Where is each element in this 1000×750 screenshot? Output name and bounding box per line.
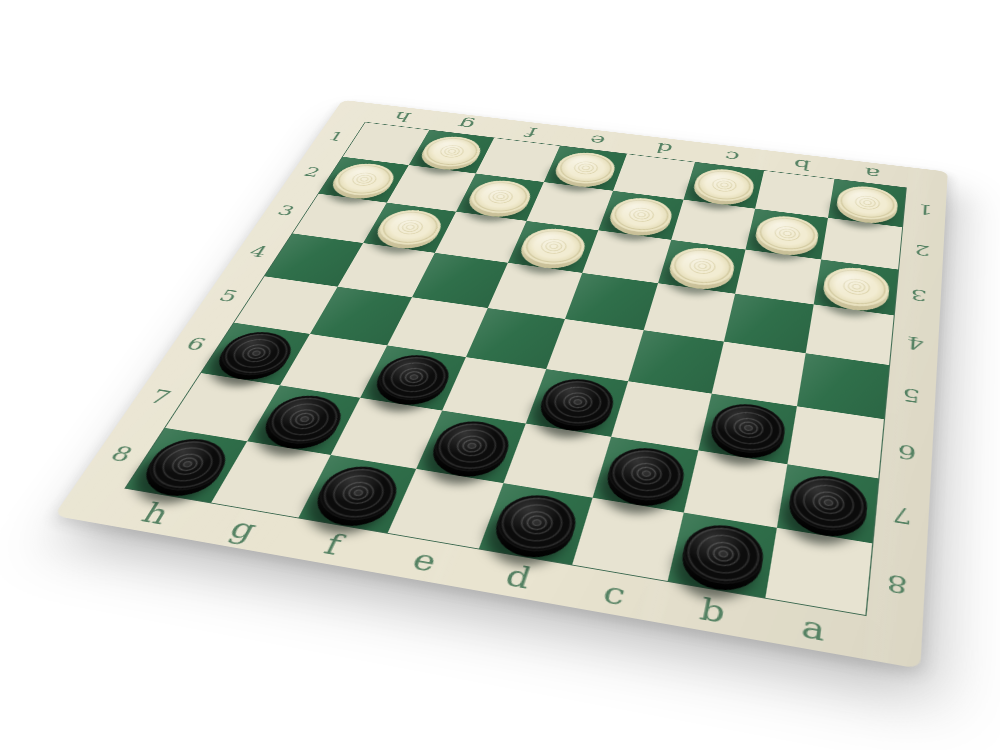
rank-label-6: 6 <box>879 420 933 487</box>
rank-label-7: 7 <box>873 479 930 553</box>
white-checker-e3[interactable] <box>516 225 591 268</box>
rank-label-1: 1 <box>903 188 947 233</box>
rank-label-3: 3 <box>895 269 942 321</box>
white-checker-e1[interactable] <box>551 150 619 187</box>
scene: hgfedcba hgfedcba 12345678 12345678 <box>0 0 1000 750</box>
rank-label-5: 5 <box>885 365 937 427</box>
rank-label-2: 2 <box>899 227 944 275</box>
vinyl-board-mat: hgfedcba hgfedcba 12345678 12345678 <box>54 100 948 669</box>
square-c8[interactable] <box>572 498 684 581</box>
black-checker-d6[interactable] <box>535 375 619 431</box>
rank-label-8: 8 <box>867 544 927 626</box>
rank-label-4: 4 <box>890 315 939 372</box>
